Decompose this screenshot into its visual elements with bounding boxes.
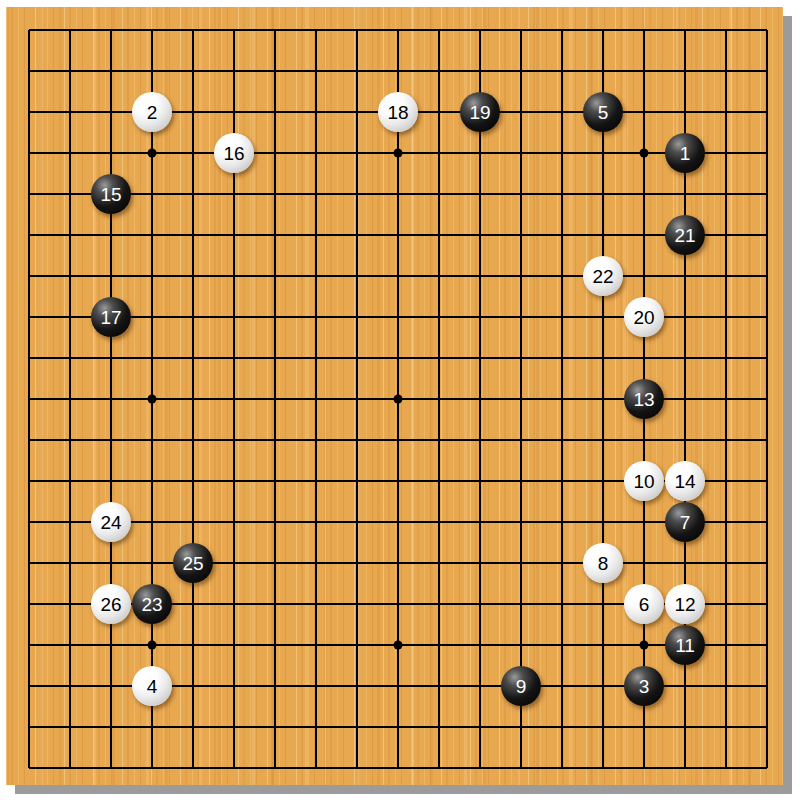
stone-20-white[interactable]: 20 [624, 297, 664, 337]
stone-17-black[interactable]: 17 [91, 297, 131, 337]
stone-19-black[interactable]: 19 [460, 92, 500, 132]
stone-3-black[interactable]: 3 [624, 666, 664, 706]
stone-23-black[interactable]: 23 [132, 584, 172, 624]
stone-16-white[interactable]: 16 [214, 133, 254, 173]
stone-9-black[interactable]: 9 [501, 666, 541, 706]
go-board[interactable]: 1234567891011121314151617181920212223242… [6, 7, 783, 785]
stone-15-black[interactable]: 15 [91, 174, 131, 214]
stone-7-black[interactable]: 7 [665, 502, 705, 542]
stone-26-white[interactable]: 26 [91, 584, 131, 624]
stones-layer: 1234567891011121314151617181920212223242… [9, 10, 788, 789]
stone-12-white[interactable]: 12 [665, 584, 705, 624]
stone-4-white[interactable]: 4 [132, 666, 172, 706]
stone-11-black[interactable]: 11 [665, 625, 705, 665]
stone-5-black[interactable]: 5 [583, 92, 623, 132]
stone-6-white[interactable]: 6 [624, 584, 664, 624]
stone-1-black[interactable]: 1 [665, 133, 705, 173]
stone-18-white[interactable]: 18 [378, 92, 418, 132]
stone-2-white[interactable]: 2 [132, 92, 172, 132]
stone-14-white[interactable]: 14 [665, 461, 705, 501]
stone-25-black[interactable]: 25 [173, 543, 213, 583]
stone-22-white[interactable]: 22 [583, 256, 623, 296]
stone-10-white[interactable]: 10 [624, 461, 664, 501]
stone-21-black[interactable]: 21 [665, 215, 705, 255]
stone-13-black[interactable]: 13 [624, 379, 664, 419]
stone-8-white[interactable]: 8 [583, 543, 623, 583]
stone-24-white[interactable]: 24 [91, 502, 131, 542]
